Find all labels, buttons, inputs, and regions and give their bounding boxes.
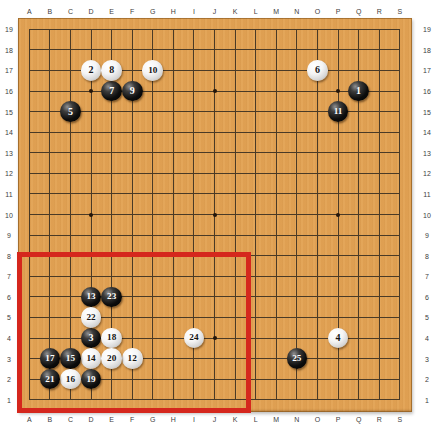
coord-label-right-4: 4 — [425, 335, 429, 342]
grid-line-vertical — [379, 29, 380, 400]
stone-white-4: 4 — [328, 328, 349, 349]
grid-line-vertical — [276, 29, 277, 400]
stone-move-number: 11 — [334, 107, 343, 116]
hoshi-point — [89, 213, 93, 217]
coord-label-right-2: 2 — [425, 376, 429, 383]
coord-label-left-8: 8 — [7, 252, 11, 259]
coord-label-right-1: 1 — [425, 396, 429, 403]
coord-label-bottom-E: E — [109, 416, 114, 423]
coord-label-left-12: 12 — [5, 170, 13, 177]
coord-label-top-L: L — [254, 8, 258, 15]
coord-label-top-O: O — [315, 8, 320, 15]
grid-line-horizontal — [29, 235, 400, 236]
coord-label-bottom-R: R — [377, 416, 382, 423]
coord-label-bottom-M: M — [273, 416, 279, 423]
stone-move-number: 5 — [68, 107, 73, 117]
coord-label-top-N: N — [294, 8, 299, 15]
coord-label-top-Q: Q — [356, 8, 361, 15]
coord-label-left-11: 11 — [5, 190, 12, 197]
stone-move-number: 6 — [315, 65, 320, 75]
coord-label-top-B: B — [48, 8, 53, 15]
stone-black-11: 11 — [328, 101, 349, 122]
grid-line-vertical — [399, 29, 400, 400]
stone-white-6: 6 — [307, 60, 328, 81]
coord-label-bottom-J: J — [213, 416, 217, 423]
coord-label-bottom-B: B — [48, 416, 53, 423]
coord-label-bottom-G: G — [150, 416, 155, 423]
coord-label-right-6: 6 — [425, 293, 429, 300]
coord-label-top-D: D — [89, 8, 94, 15]
coord-label-top-I: I — [193, 8, 195, 15]
go-diagram-screenshot: AABBCCDDEEFFGGHHIIJJKKLLMMNNOOPPQQRRSS19… — [0, 0, 433, 433]
coord-label-left-13: 13 — [5, 149, 13, 156]
coord-label-right-17: 17 — [423, 67, 431, 74]
stone-black-25: 25 — [287, 348, 308, 369]
coord-label-bottom-I: I — [193, 416, 195, 423]
stone-black-7: 7 — [101, 81, 122, 102]
stone-move-number: 7 — [109, 86, 114, 96]
stone-black-9: 9 — [122, 81, 143, 102]
coord-label-bottom-D: D — [89, 416, 94, 423]
coord-label-top-A: A — [27, 8, 32, 15]
coord-label-left-14: 14 — [5, 129, 13, 136]
coord-label-left-16: 16 — [5, 88, 13, 95]
coord-label-left-18: 18 — [5, 46, 13, 53]
stone-white-8: 8 — [101, 60, 122, 81]
coord-label-top-P: P — [336, 8, 341, 15]
coord-label-bottom-C: C — [68, 416, 73, 423]
grid-line-vertical — [255, 29, 256, 400]
coord-label-right-5: 5 — [425, 314, 429, 321]
stone-move-number: 25 — [292, 354, 301, 363]
stone-move-number: 2 — [89, 65, 94, 75]
coord-label-left-1: 1 — [7, 396, 11, 403]
grid-line-vertical — [296, 29, 297, 400]
coord-label-top-S: S — [397, 8, 402, 15]
stone-white-2: 2 — [81, 60, 102, 81]
coord-label-top-C: C — [68, 8, 73, 15]
grid-line-vertical — [317, 29, 318, 400]
coord-label-top-H: H — [171, 8, 176, 15]
coord-label-left-19: 19 — [5, 26, 13, 33]
coord-label-left-5: 5 — [7, 314, 11, 321]
coord-label-right-12: 12 — [423, 170, 431, 177]
coord-label-bottom-L: L — [254, 416, 258, 423]
coord-label-top-M: M — [273, 8, 279, 15]
stone-move-number: 4 — [336, 333, 341, 343]
coord-label-left-15: 15 — [5, 108, 13, 115]
coord-label-bottom-O: O — [315, 416, 320, 423]
coord-label-right-13: 13 — [423, 149, 431, 156]
hoshi-point — [213, 213, 217, 217]
coord-label-bottom-P: P — [336, 416, 341, 423]
coord-label-left-7: 7 — [7, 273, 11, 280]
stone-move-number: 1 — [356, 86, 361, 96]
coord-label-right-19: 19 — [423, 26, 431, 33]
coord-label-bottom-Q: Q — [356, 416, 361, 423]
hoshi-point — [213, 89, 217, 93]
coord-label-left-4: 4 — [7, 335, 11, 342]
stone-move-number: 9 — [130, 86, 135, 96]
coord-label-left-10: 10 — [5, 211, 13, 218]
coord-label-top-E: E — [109, 8, 114, 15]
coord-label-left-17: 17 — [5, 67, 13, 74]
coord-label-right-7: 7 — [425, 273, 429, 280]
coord-label-bottom-A: A — [27, 416, 32, 423]
coord-label-right-16: 16 — [423, 88, 431, 95]
coord-label-top-R: R — [377, 8, 382, 15]
coord-label-bottom-S: S — [397, 416, 402, 423]
stone-move-number: 10 — [148, 66, 157, 75]
coord-label-left-3: 3 — [7, 355, 11, 362]
coord-label-bottom-F: F — [130, 416, 134, 423]
coord-label-bottom-K: K — [233, 416, 238, 423]
stone-move-number: 8 — [109, 65, 114, 75]
hoshi-point — [336, 213, 340, 217]
stone-black-5: 5 — [60, 101, 81, 122]
coord-label-top-K: K — [233, 8, 238, 15]
coord-label-right-10: 10 — [423, 211, 431, 218]
coord-label-bottom-N: N — [294, 416, 299, 423]
highlight-rectangle — [17, 252, 251, 413]
coord-label-left-2: 2 — [7, 376, 11, 383]
coord-label-right-9: 9 — [425, 232, 429, 239]
coord-label-right-15: 15 — [423, 108, 431, 115]
hoshi-point — [89, 89, 93, 93]
coord-label-right-3: 3 — [425, 355, 429, 362]
coord-label-right-8: 8 — [425, 252, 429, 259]
coord-label-top-J: J — [213, 8, 217, 15]
coord-label-left-9: 9 — [7, 232, 11, 239]
coord-label-right-11: 11 — [423, 190, 430, 197]
stone-black-1: 1 — [348, 81, 369, 102]
hoshi-point — [336, 89, 340, 93]
stone-white-10: 10 — [142, 60, 163, 81]
coord-label-left-6: 6 — [7, 293, 11, 300]
coord-label-right-14: 14 — [423, 129, 431, 136]
coord-label-right-18: 18 — [423, 46, 431, 53]
coord-label-bottom-H: H — [171, 416, 176, 423]
coord-label-top-F: F — [130, 8, 134, 15]
coord-label-top-G: G — [150, 8, 155, 15]
